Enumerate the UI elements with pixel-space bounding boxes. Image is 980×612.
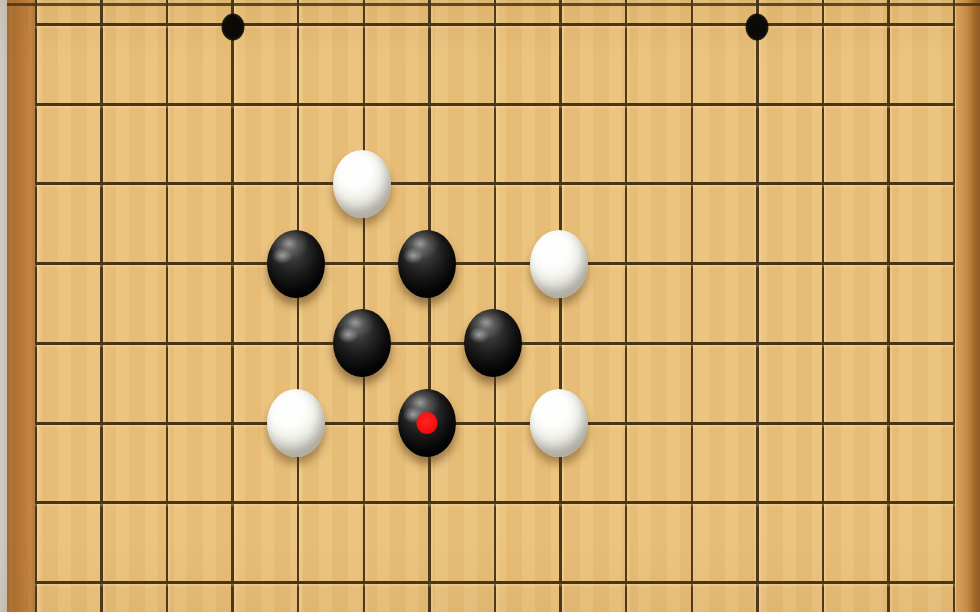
grid-line-vertical: [756, 0, 759, 612]
grid-line-horizontal: [35, 23, 955, 26]
grid-line-vertical: [822, 0, 825, 612]
stone-white: [530, 389, 588, 457]
board-right-border: [956, 0, 980, 612]
grid-line-vertical: [691, 0, 694, 612]
stone-white: [267, 389, 325, 457]
grid-line-vertical: [428, 0, 431, 612]
grid-line-horizontal: [35, 501, 955, 504]
stone-black: [333, 309, 391, 377]
top-edge-line: [7, 3, 980, 6]
grid-line-vertical: [231, 0, 234, 612]
wood-texture: [0, 0, 980, 612]
grid-line-horizontal: [35, 422, 955, 425]
grid-line-vertical: [625, 0, 628, 612]
stone-white: [333, 150, 391, 218]
stone-black: [398, 230, 456, 298]
grid-line-vertical: [494, 0, 497, 612]
grid-line-vertical: [297, 0, 300, 612]
grid-line-vertical: [559, 0, 562, 612]
last-move-marker: [417, 412, 438, 434]
grid-line-vertical: [35, 0, 38, 612]
grid-line-horizontal: [35, 262, 955, 265]
grid-line-vertical: [363, 0, 366, 612]
star-point: [221, 13, 244, 40]
grid-line-horizontal: [35, 581, 955, 584]
stone-black: [267, 230, 325, 298]
grid-line-vertical: [887, 0, 890, 612]
stone-black: [464, 309, 522, 377]
gomoku-board-screen: [0, 0, 980, 612]
goban[interactable]: [0, 0, 980, 612]
grid-line-vertical: [100, 0, 103, 612]
grid-line-vertical: [166, 0, 169, 612]
stone-white: [530, 230, 588, 298]
grid-line-horizontal: [35, 182, 955, 185]
grid-line-horizontal: [35, 103, 955, 106]
stone-black: [398, 389, 456, 457]
star-point: [746, 13, 769, 40]
